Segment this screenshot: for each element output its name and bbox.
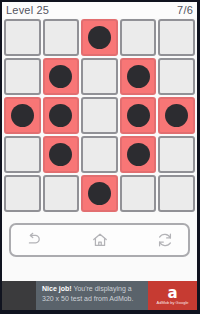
- board-cell-r4c1[interactable]: [4, 136, 41, 173]
- undo-button[interactable]: [23, 229, 45, 251]
- board-cell-r4c5[interactable]: [158, 136, 195, 173]
- home-button[interactable]: [89, 229, 111, 251]
- board-cell-r4c2[interactable]: [43, 136, 80, 173]
- device-frame: Level 25 7/6: [0, 0, 200, 314]
- board-cell-r5c1[interactable]: [4, 175, 41, 212]
- ad-text-box[interactable]: Nice job! You're displaying a 320 x 50 t…: [36, 281, 148, 310]
- dot: [127, 143, 150, 166]
- board-cell-r5c5[interactable]: [158, 175, 195, 212]
- board-cell-r5c4[interactable]: [120, 175, 157, 212]
- board-cell-r2c1[interactable]: [4, 58, 41, 95]
- level-label: Level 25: [6, 4, 49, 16]
- dot: [88, 182, 111, 205]
- top-bar: Level 25 7/6: [2, 2, 197, 18]
- board: [2, 18, 197, 213]
- board-cell-r1c4[interactable]: [120, 19, 157, 56]
- dot: [49, 65, 72, 88]
- ad-message-bold: Nice job!: [42, 285, 72, 292]
- dot: [88, 26, 111, 49]
- board-cell-r4c4[interactable]: [120, 136, 157, 173]
- board-cell-r5c2[interactable]: [43, 175, 80, 212]
- admob-a-icon: a: [167, 287, 177, 300]
- dot: [11, 104, 34, 127]
- board-cell-r5c3[interactable]: [81, 175, 118, 212]
- dot: [127, 104, 150, 127]
- restart-button[interactable]: [154, 229, 176, 251]
- undo-icon: [24, 230, 44, 250]
- move-counter: 7/6: [177, 4, 193, 16]
- board-cell-r4c3[interactable]: [81, 136, 118, 173]
- dot: [165, 104, 188, 127]
- board-cell-r1c1[interactable]: [4, 19, 41, 56]
- board-cell-r3c2[interactable]: [43, 97, 80, 134]
- home-icon: [90, 230, 110, 250]
- board-cell-r2c2[interactable]: [43, 58, 80, 95]
- ad-banner: Nice job! You're displaying a 320 x 50 t…: [2, 281, 197, 310]
- restart-icon: [155, 230, 175, 250]
- app-screen: Level 25 7/6: [2, 2, 197, 310]
- board-cell-r3c3[interactable]: [81, 97, 118, 134]
- admob-logo[interactable]: a AdMob by Google: [148, 281, 197, 310]
- board-cell-r1c3[interactable]: [81, 19, 118, 56]
- ad-spacer: [2, 281, 36, 310]
- board-cell-r1c5[interactable]: [158, 19, 195, 56]
- board-cell-r2c5[interactable]: [158, 58, 195, 95]
- board-cell-r3c4[interactable]: [120, 97, 157, 134]
- board-cell-r2c3[interactable]: [81, 58, 118, 95]
- dot: [127, 65, 150, 88]
- board-cell-r3c5[interactable]: [158, 97, 195, 134]
- dot: [49, 143, 72, 166]
- toolbar: [9, 223, 190, 257]
- admob-caption: AdMob by Google: [156, 300, 188, 305]
- ad-message: Nice job! You're displaying a 320 x 50 t…: [42, 284, 143, 304]
- dot: [49, 104, 72, 127]
- board-cell-r1c2[interactable]: [43, 19, 80, 56]
- board-cell-r2c4[interactable]: [120, 58, 157, 95]
- board-cell-r3c1[interactable]: [4, 97, 41, 134]
